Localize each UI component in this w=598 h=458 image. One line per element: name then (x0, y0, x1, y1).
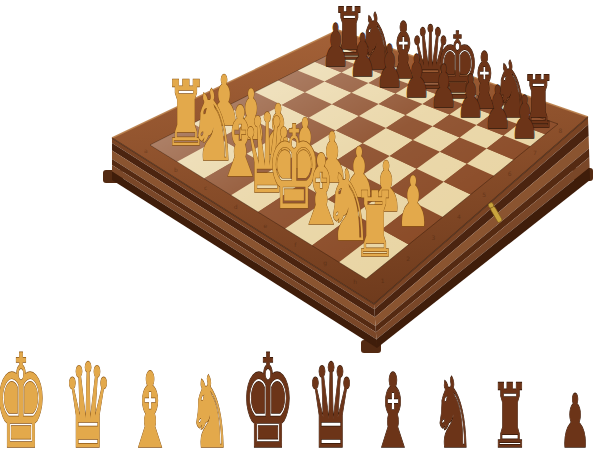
display-piece-white-king: ♚ (0, 330, 48, 458)
frame-rank-label: 6 (508, 170, 512, 177)
display-piece-black-queen: ♛ (306, 338, 356, 458)
display-piece-black-king: ♚ (241, 330, 296, 458)
frame-file-label: d (234, 203, 238, 210)
piece-white-R-h1: ♜ (354, 172, 397, 277)
frame-rank-label: 8 (558, 127, 562, 134)
frame-file-label: c (204, 184, 207, 191)
piece-black-P-a7: ♟ (322, 11, 350, 80)
piece-black-P-e7: ♟ (430, 52, 458, 121)
frame-file-label: h (353, 278, 357, 285)
piece-black-P-d7: ♟ (403, 42, 431, 111)
frame-rank-label: 5 (482, 191, 486, 198)
piece-black-P-c7: ♟ (376, 32, 404, 101)
frame-file-label: b (174, 166, 178, 173)
display-piece-black-rook: ♜ (491, 365, 528, 458)
piece-black-P-f7: ♟ (457, 63, 485, 132)
piece-display-row: ♚♛♝♞♚♛♝♞♜♟ (0, 330, 598, 458)
display-piece-black-bishop: ♝ (371, 352, 414, 458)
frame-rank-label: 2 (406, 255, 410, 262)
piece-white-P-h2: ♟ (397, 161, 430, 242)
display-piece-white-queen: ♛ (63, 338, 113, 458)
display-piece-black-pawn: ♟ (559, 378, 590, 458)
piece-black-P-b7: ♟ (349, 22, 377, 91)
frame-file-label: a (144, 147, 148, 154)
display-piece-white-bishop: ♝ (128, 350, 172, 458)
display-piece-black-knight: ♞ (432, 356, 473, 458)
chess-board-perspective: a1b2c3d4e5f6g7h8♜♟♞♟♝♟♛♟♚♟♝♞♟♟♜♟♟♟♜♟♞♟♝♟… (0, 0, 598, 360)
frame-rank-label: 4 (457, 213, 461, 220)
chess-set-photo: a1b2c3d4e5f6g7h8♜♟♞♟♝♟♛♟♚♟♝♞♟♟♜♟♟♟♜♟♞♟♝♟… (0, 0, 598, 458)
piece-black-P-g7: ♟ (484, 73, 512, 142)
piece-black-P-h7: ♟ (511, 83, 539, 152)
frame-rank-label: 1 (381, 277, 385, 284)
display-piece-white-knight: ♞ (189, 355, 231, 458)
frame-rank-label: 3 (432, 234, 436, 241)
